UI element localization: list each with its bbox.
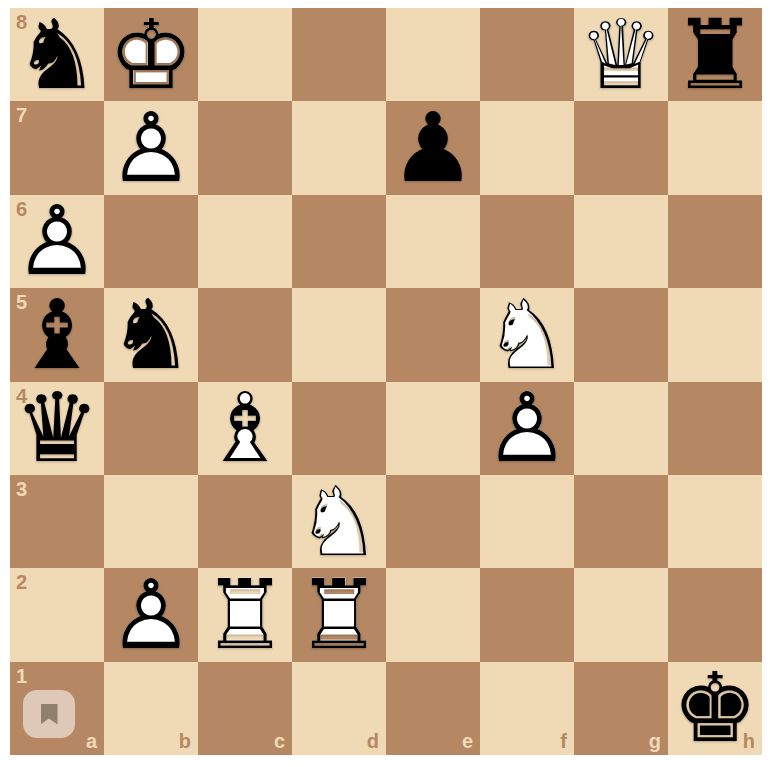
piece-fill-layer: ♛ xyxy=(10,382,104,475)
chess-page: 8♞♚♔♛♕♜7♟♙♟6♟♙5♝♞♞♘4♛♝♗♟♙3♞♘2♟♙♜♖♜♖1abcd… xyxy=(0,0,770,767)
piece-fill-layer: ♜ xyxy=(668,8,762,101)
rank-label-1: 1 xyxy=(16,666,27,686)
square-h6[interactable] xyxy=(668,195,762,288)
square-d1[interactable]: d xyxy=(292,662,386,755)
square-e5[interactable] xyxy=(386,288,480,381)
square-a3[interactable]: 3 xyxy=(10,475,104,568)
square-f1[interactable]: f xyxy=(480,662,574,755)
square-c5[interactable] xyxy=(198,288,292,381)
square-c2[interactable]: ♜♖ xyxy=(198,568,292,661)
square-d2[interactable]: ♜♖ xyxy=(292,568,386,661)
piece-outline-layer: ♖ xyxy=(198,568,292,661)
square-c1[interactable]: c xyxy=(198,662,292,755)
square-e6[interactable] xyxy=(386,195,480,288)
white-pawn[interactable]: ♟♙ xyxy=(480,382,574,475)
rank-label-3: 3 xyxy=(16,479,27,499)
square-e8[interactable] xyxy=(386,8,480,101)
square-a7[interactable]: 7 xyxy=(10,101,104,194)
square-c4[interactable]: ♝♗ xyxy=(198,382,292,475)
black-knight[interactable]: ♞ xyxy=(10,8,104,101)
file-label-f: f xyxy=(560,731,567,751)
square-h4[interactable] xyxy=(668,382,762,475)
square-b2[interactable]: ♟♙ xyxy=(104,568,198,661)
square-f4[interactable]: ♟♙ xyxy=(480,382,574,475)
piece-outline-layer: ♙ xyxy=(10,195,104,288)
square-h2[interactable] xyxy=(668,568,762,661)
square-a2[interactable]: 2 xyxy=(10,568,104,661)
square-d4[interactable] xyxy=(292,382,386,475)
square-b4[interactable] xyxy=(104,382,198,475)
file-label-a: a xyxy=(86,731,97,751)
white-rook[interactable]: ♜♖ xyxy=(198,568,292,661)
square-e7[interactable]: ♟ xyxy=(386,101,480,194)
square-g2[interactable] xyxy=(574,568,668,661)
file-label-b: b xyxy=(179,731,191,751)
square-e3[interactable] xyxy=(386,475,480,568)
square-f7[interactable] xyxy=(480,101,574,194)
rank-label-7: 7 xyxy=(16,105,27,125)
square-f6[interactable] xyxy=(480,195,574,288)
square-d3[interactable]: ♞♘ xyxy=(292,475,386,568)
square-b8[interactable]: ♚♔ xyxy=(104,8,198,101)
bookmark-button[interactable] xyxy=(23,690,75,738)
square-b5[interactable]: ♞ xyxy=(104,288,198,381)
piece-outline-layer: ♔ xyxy=(104,8,198,101)
square-a4[interactable]: 4♛ xyxy=(10,382,104,475)
file-label-e: e xyxy=(462,731,473,751)
square-g5[interactable] xyxy=(574,288,668,381)
piece-fill-layer: ♞ xyxy=(104,288,198,381)
piece-outline-layer: ♖ xyxy=(292,568,386,661)
square-g3[interactable] xyxy=(574,475,668,568)
black-bishop[interactable]: ♝ xyxy=(10,288,104,381)
white-pawn[interactable]: ♟♙ xyxy=(10,195,104,288)
bookmark-icon xyxy=(41,704,58,725)
square-e4[interactable] xyxy=(386,382,480,475)
square-g1[interactable]: g xyxy=(574,662,668,755)
chess-board: 8♞♚♔♛♕♜7♟♙♟6♟♙5♝♞♞♘4♛♝♗♟♙3♞♘2♟♙♜♖♜♖1abcd… xyxy=(10,8,762,755)
square-b7[interactable]: ♟♙ xyxy=(104,101,198,194)
file-label-d: d xyxy=(367,731,379,751)
square-h1[interactable]: h♚ xyxy=(668,662,762,755)
file-label-g: g xyxy=(649,731,661,751)
black-queen[interactable]: ♛ xyxy=(10,382,104,475)
square-e1[interactable]: e xyxy=(386,662,480,755)
square-d5[interactable] xyxy=(292,288,386,381)
white-pawn[interactable]: ♟♙ xyxy=(104,568,198,661)
square-g4[interactable] xyxy=(574,382,668,475)
square-c3[interactable] xyxy=(198,475,292,568)
white-knight[interactable]: ♞♘ xyxy=(480,288,574,381)
piece-fill-layer: ♟ xyxy=(386,101,480,194)
square-f3[interactable] xyxy=(480,475,574,568)
square-b3[interactable] xyxy=(104,475,198,568)
square-g6[interactable] xyxy=(574,195,668,288)
square-g8[interactable]: ♛♕ xyxy=(574,8,668,101)
black-pawn[interactable]: ♟ xyxy=(386,101,480,194)
black-knight[interactable]: ♞ xyxy=(104,288,198,381)
square-c8[interactable] xyxy=(198,8,292,101)
square-h7[interactable] xyxy=(668,101,762,194)
white-knight[interactable]: ♞♘ xyxy=(292,475,386,568)
square-h5[interactable] xyxy=(668,288,762,381)
white-queen[interactable]: ♛♕ xyxy=(574,8,668,101)
black-rook[interactable]: ♜ xyxy=(668,8,762,101)
square-g7[interactable] xyxy=(574,101,668,194)
square-d7[interactable] xyxy=(292,101,386,194)
white-pawn[interactable]: ♟♙ xyxy=(104,101,198,194)
square-b6[interactable] xyxy=(104,195,198,288)
square-f8[interactable] xyxy=(480,8,574,101)
piece-outline-layer: ♘ xyxy=(292,475,386,568)
square-a5[interactable]: 5♝ xyxy=(10,288,104,381)
square-d8[interactable] xyxy=(292,8,386,101)
piece-outline-layer: ♙ xyxy=(104,101,198,194)
file-label-c: c xyxy=(274,731,285,751)
piece-fill-layer: ♝ xyxy=(10,288,104,381)
square-f2[interactable] xyxy=(480,568,574,661)
square-h8[interactable]: ♜ xyxy=(668,8,762,101)
square-b1[interactable]: b xyxy=(104,662,198,755)
square-d6[interactable] xyxy=(292,195,386,288)
piece-outline-layer: ♘ xyxy=(480,288,574,381)
piece-outline-layer: ♕ xyxy=(574,8,668,101)
piece-fill-layer: ♞ xyxy=(10,8,104,101)
black-king[interactable]: ♚ xyxy=(668,662,762,755)
rank-label-2: 2 xyxy=(16,572,27,592)
square-a8[interactable]: 8♞ xyxy=(10,8,104,101)
square-e2[interactable] xyxy=(386,568,480,661)
square-c7[interactable] xyxy=(198,101,292,194)
square-c6[interactable] xyxy=(198,195,292,288)
piece-outline-layer: ♙ xyxy=(104,568,198,661)
square-h3[interactable] xyxy=(668,475,762,568)
piece-outline-layer: ♗ xyxy=(198,382,292,475)
piece-fill-layer: ♚ xyxy=(668,662,762,755)
square-f5[interactable]: ♞♘ xyxy=(480,288,574,381)
white-rook[interactable]: ♜♖ xyxy=(292,568,386,661)
piece-outline-layer: ♙ xyxy=(480,382,574,475)
white-bishop[interactable]: ♝♗ xyxy=(198,382,292,475)
square-a6[interactable]: 6♟♙ xyxy=(10,195,104,288)
white-king[interactable]: ♚♔ xyxy=(104,8,198,101)
